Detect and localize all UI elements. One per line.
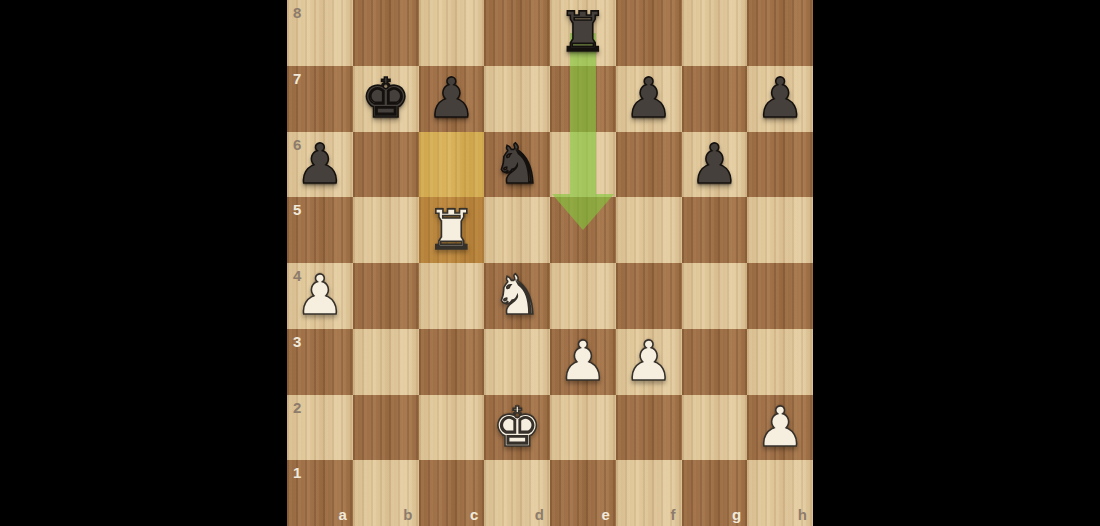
rank-label-5: 5 (293, 202, 301, 217)
square-g5[interactable] (682, 197, 748, 263)
square-c7[interactable]: ♟ (419, 66, 485, 132)
rank-label-8: 8 (293, 5, 301, 20)
square-b2[interactable] (353, 395, 419, 461)
white-pawn[interactable]: ♟ (287, 263, 353, 329)
file-label-e: e (601, 507, 609, 522)
square-c8[interactable] (419, 0, 485, 66)
square-e5[interactable] (550, 197, 616, 263)
square-f2[interactable] (616, 395, 682, 461)
square-d1[interactable]: d (484, 460, 550, 526)
square-b5[interactable] (353, 197, 419, 263)
rank-label-7: 7 (293, 71, 301, 86)
black-knight[interactable]: ♞ (484, 132, 550, 198)
square-b4[interactable] (353, 263, 419, 329)
square-c1[interactable]: c (419, 460, 485, 526)
square-f8[interactable] (616, 0, 682, 66)
white-king[interactable]: ♚ (484, 395, 550, 461)
file-label-a: a (338, 507, 346, 522)
square-e6[interactable] (550, 132, 616, 198)
file-label-b: b (403, 507, 412, 522)
square-g3[interactable] (682, 329, 748, 395)
square-h3[interactable] (747, 329, 813, 395)
square-d6[interactable]: ♞ (484, 132, 550, 198)
square-b1[interactable]: b (353, 460, 419, 526)
square-d8[interactable] (484, 0, 550, 66)
white-pawn[interactable]: ♟ (616, 329, 682, 395)
square-c3[interactable] (419, 329, 485, 395)
square-f6[interactable] (616, 132, 682, 198)
white-rook[interactable]: ♜ (419, 197, 485, 263)
square-a4[interactable]: 4♟ (287, 263, 353, 329)
square-a6[interactable]: 6♟ (287, 132, 353, 198)
square-a3[interactable]: 3 (287, 329, 353, 395)
file-label-h: h (798, 507, 807, 522)
square-h4[interactable] (747, 263, 813, 329)
square-h2[interactable]: ♟ (747, 395, 813, 461)
square-c5[interactable]: ♜ (419, 197, 485, 263)
square-c4[interactable] (419, 263, 485, 329)
square-h6[interactable] (747, 132, 813, 198)
rank-label-3: 3 (293, 334, 301, 349)
square-a1[interactable]: 1a (287, 460, 353, 526)
black-pawn[interactable]: ♟ (747, 66, 813, 132)
square-a2[interactable]: 2 (287, 395, 353, 461)
square-g1[interactable]: g (682, 460, 748, 526)
square-a7[interactable]: 7 (287, 66, 353, 132)
square-d7[interactable] (484, 66, 550, 132)
black-rook[interactable]: ♜ (550, 0, 616, 66)
square-g8[interactable] (682, 0, 748, 66)
white-pawn[interactable]: ♟ (747, 395, 813, 461)
square-b6[interactable] (353, 132, 419, 198)
square-e2[interactable] (550, 395, 616, 461)
square-h5[interactable] (747, 197, 813, 263)
square-f7[interactable]: ♟ (616, 66, 682, 132)
rank-label-2: 2 (293, 400, 301, 415)
chess-board: 8♜7♚♟♟♟6♟♞♟5♜4♟♞3♟♟2♚♟1abcdefgh (287, 0, 813, 526)
white-knight[interactable]: ♞ (484, 263, 550, 329)
square-h1[interactable]: h (747, 460, 813, 526)
page-background: 8♜7♚♟♟♟6♟♞♟5♜4♟♞3♟♟2♚♟1abcdefgh (0, 0, 1100, 526)
square-f5[interactable] (616, 197, 682, 263)
square-c2[interactable] (419, 395, 485, 461)
file-label-c: c (470, 507, 478, 522)
file-label-g: g (732, 507, 741, 522)
square-g2[interactable] (682, 395, 748, 461)
square-b7[interactable]: ♚ (353, 66, 419, 132)
square-d3[interactable] (484, 329, 550, 395)
black-pawn[interactable]: ♟ (616, 66, 682, 132)
square-g6[interactable]: ♟ (682, 132, 748, 198)
square-a8[interactable]: 8 (287, 0, 353, 66)
black-pawn[interactable]: ♟ (682, 132, 748, 198)
square-d2[interactable]: ♚ (484, 395, 550, 461)
square-e4[interactable] (550, 263, 616, 329)
square-g7[interactable] (682, 66, 748, 132)
square-d4[interactable]: ♞ (484, 263, 550, 329)
square-c6[interactable] (419, 132, 485, 198)
file-label-d: d (535, 507, 544, 522)
square-e7[interactable] (550, 66, 616, 132)
black-pawn[interactable]: ♟ (287, 132, 353, 198)
square-a5[interactable]: 5 (287, 197, 353, 263)
black-king[interactable]: ♚ (353, 66, 419, 132)
rank-label-1: 1 (293, 465, 301, 480)
square-e8[interactable]: ♜ (550, 0, 616, 66)
square-f1[interactable]: f (616, 460, 682, 526)
square-g4[interactable] (682, 263, 748, 329)
square-b8[interactable] (353, 0, 419, 66)
file-label-f: f (671, 507, 676, 522)
square-d5[interactable] (484, 197, 550, 263)
white-pawn[interactable]: ♟ (550, 329, 616, 395)
square-h7[interactable]: ♟ (747, 66, 813, 132)
black-pawn[interactable]: ♟ (419, 66, 485, 132)
square-e1[interactable]: e (550, 460, 616, 526)
square-b3[interactable] (353, 329, 419, 395)
square-e3[interactable]: ♟ (550, 329, 616, 395)
square-f4[interactable] (616, 263, 682, 329)
square-f3[interactable]: ♟ (616, 329, 682, 395)
square-h8[interactable] (747, 0, 813, 66)
